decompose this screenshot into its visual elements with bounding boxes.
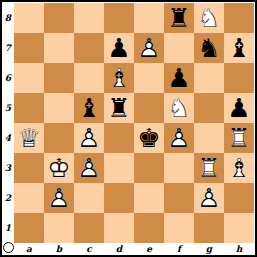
square-f5[interactable]: ♞♘ bbox=[164, 93, 194, 123]
black-bishop-c5[interactable]: ♝ bbox=[74, 93, 104, 123]
white-to-move-indicator bbox=[3, 242, 14, 253]
file-label-f: f bbox=[164, 243, 194, 255]
square-e6[interactable] bbox=[134, 63, 164, 93]
square-f1[interactable] bbox=[164, 213, 194, 243]
white-bishop-outline: ♗ bbox=[104, 63, 134, 93]
white-pawn-outline: ♙ bbox=[44, 183, 74, 213]
white-bishop-d6[interactable]: ♝♗ bbox=[104, 63, 134, 93]
square-f6[interactable]: ♟ bbox=[164, 63, 194, 93]
square-h2[interactable] bbox=[224, 183, 254, 213]
square-e8[interactable] bbox=[134, 3, 164, 33]
black-pawn-h5[interactable]: ♟ bbox=[224, 93, 254, 123]
white-king-b3[interactable]: ♚♔ bbox=[44, 153, 74, 183]
white-pawn-f4[interactable]: ♟♙ bbox=[164, 123, 194, 153]
file-labels: abcdefgh bbox=[14, 243, 254, 255]
black-knight-g7[interactable]: ♞ bbox=[194, 33, 224, 63]
square-b6[interactable] bbox=[44, 63, 74, 93]
square-d3[interactable] bbox=[104, 153, 134, 183]
file-label-h: h bbox=[224, 243, 254, 255]
chess-diagram-frame: 87654321 ♜♞♘♟♟♙♞♝♝♗♟♝♜♞♘♟♛♕♟♙♚♟♙♜♖♚♔♟♙♜♖… bbox=[0, 0, 257, 257]
square-a3[interactable] bbox=[14, 153, 44, 183]
white-pawn-c4[interactable]: ♟♙ bbox=[74, 123, 104, 153]
square-h7[interactable]: ♝ bbox=[224, 33, 254, 63]
square-h8[interactable] bbox=[224, 3, 254, 33]
square-h5[interactable]: ♟ bbox=[224, 93, 254, 123]
square-a5[interactable] bbox=[14, 93, 44, 123]
square-c4[interactable]: ♟♙ bbox=[74, 123, 104, 153]
square-d6[interactable]: ♝♗ bbox=[104, 63, 134, 93]
square-e7[interactable]: ♟♙ bbox=[134, 33, 164, 63]
square-h6[interactable] bbox=[224, 63, 254, 93]
square-a7[interactable] bbox=[14, 33, 44, 63]
square-c7[interactable] bbox=[74, 33, 104, 63]
white-pawn-outline: ♙ bbox=[164, 123, 194, 153]
white-bishop-h3[interactable]: ♝♗ bbox=[224, 153, 254, 183]
white-pawn-c3[interactable]: ♟♙ bbox=[74, 153, 104, 183]
square-d5[interactable]: ♜ bbox=[104, 93, 134, 123]
square-b2[interactable]: ♟♙ bbox=[44, 183, 74, 213]
black-king-e4[interactable]: ♚ bbox=[134, 123, 164, 153]
square-f2[interactable] bbox=[164, 183, 194, 213]
square-f3[interactable] bbox=[164, 153, 194, 183]
square-a2[interactable] bbox=[14, 183, 44, 213]
black-pawn-d7[interactable]: ♟ bbox=[104, 33, 134, 63]
square-d7[interactable]: ♟ bbox=[104, 33, 134, 63]
black-rook-f8[interactable]: ♜ bbox=[164, 3, 194, 33]
square-b3[interactable]: ♚♔ bbox=[44, 153, 74, 183]
white-pawn-outline: ♙ bbox=[134, 33, 164, 63]
square-f7[interactable] bbox=[164, 33, 194, 63]
square-d4[interactable] bbox=[104, 123, 134, 153]
square-f4[interactable]: ♟♙ bbox=[164, 123, 194, 153]
square-g1[interactable] bbox=[194, 213, 224, 243]
file-label-a: a bbox=[14, 243, 44, 255]
white-knight-outline: ♘ bbox=[164, 93, 194, 123]
square-b8[interactable] bbox=[44, 3, 74, 33]
square-b4[interactable] bbox=[44, 123, 74, 153]
square-g8[interactable]: ♞♘ bbox=[194, 3, 224, 33]
white-pawn-outline: ♙ bbox=[194, 183, 224, 213]
rank-labels: 87654321 bbox=[2, 3, 14, 243]
rank-label-5: 5 bbox=[2, 93, 14, 123]
square-d2[interactable] bbox=[104, 183, 134, 213]
white-pawn-g2[interactable]: ♟♙ bbox=[194, 183, 224, 213]
white-queen-a4[interactable]: ♛♕ bbox=[14, 123, 44, 153]
white-rook-h4[interactable]: ♜♖ bbox=[224, 123, 254, 153]
square-a8[interactable] bbox=[14, 3, 44, 33]
white-bishop-outline: ♗ bbox=[224, 153, 254, 183]
square-g4[interactable] bbox=[194, 123, 224, 153]
square-g7[interactable]: ♞ bbox=[194, 33, 224, 63]
square-d1[interactable] bbox=[104, 213, 134, 243]
white-rook-outline: ♖ bbox=[194, 153, 224, 183]
square-g2[interactable]: ♟♙ bbox=[194, 183, 224, 213]
white-pawn-outline: ♙ bbox=[74, 153, 104, 183]
white-rook-g3[interactable]: ♜♖ bbox=[194, 153, 224, 183]
square-c3[interactable]: ♟♙ bbox=[74, 153, 104, 183]
rank-label-6: 6 bbox=[2, 63, 14, 93]
file-label-b: b bbox=[44, 243, 74, 255]
file-label-c: c bbox=[74, 243, 104, 255]
square-a4[interactable]: ♛♕ bbox=[14, 123, 44, 153]
black-rook-d5[interactable]: ♜ bbox=[104, 93, 134, 123]
square-d8[interactable] bbox=[104, 3, 134, 33]
square-c6[interactable] bbox=[74, 63, 104, 93]
rank-label-1: 1 bbox=[2, 213, 14, 243]
white-pawn-outline: ♙ bbox=[74, 123, 104, 153]
white-knight-f5[interactable]: ♞♘ bbox=[164, 93, 194, 123]
rank-label-3: 3 bbox=[2, 153, 14, 183]
white-knight-g8[interactable]: ♞♘ bbox=[194, 3, 224, 33]
white-rook-outline: ♖ bbox=[224, 123, 254, 153]
square-a1[interactable] bbox=[14, 213, 44, 243]
square-b7[interactable] bbox=[44, 33, 74, 63]
square-h1[interactable] bbox=[224, 213, 254, 243]
square-e3[interactable] bbox=[134, 153, 164, 183]
square-c1[interactable] bbox=[74, 213, 104, 243]
file-label-g: g bbox=[194, 243, 224, 255]
square-f8[interactable]: ♜ bbox=[164, 3, 194, 33]
chess-board: ♜♞♘♟♟♙♞♝♝♗♟♝♜♞♘♟♛♕♟♙♚♟♙♜♖♚♔♟♙♜♖♝♗♟♙♟♙ bbox=[14, 3, 254, 243]
square-c8[interactable] bbox=[74, 3, 104, 33]
square-h3[interactable]: ♝♗ bbox=[224, 153, 254, 183]
square-g5[interactable] bbox=[194, 93, 224, 123]
square-c2[interactable] bbox=[74, 183, 104, 213]
rank-label-4: 4 bbox=[2, 123, 14, 153]
rank-label-7: 7 bbox=[2, 33, 14, 63]
white-knight-outline: ♘ bbox=[194, 3, 224, 33]
square-e4[interactable]: ♚ bbox=[134, 123, 164, 153]
square-b5[interactable] bbox=[44, 93, 74, 123]
square-g3[interactable]: ♜♖ bbox=[194, 153, 224, 183]
rank-label-8: 8 bbox=[2, 3, 14, 33]
black-bishop-h7[interactable]: ♝ bbox=[224, 33, 254, 63]
square-e5[interactable] bbox=[134, 93, 164, 123]
square-a6[interactable] bbox=[14, 63, 44, 93]
square-b1[interactable] bbox=[44, 213, 74, 243]
square-g6[interactable] bbox=[194, 63, 224, 93]
white-pawn-e7[interactable]: ♟♙ bbox=[134, 33, 164, 63]
file-label-d: d bbox=[104, 243, 134, 255]
square-e1[interactable] bbox=[134, 213, 164, 243]
black-pawn-f6[interactable]: ♟ bbox=[164, 63, 194, 93]
white-king-outline: ♔ bbox=[44, 153, 74, 183]
square-c5[interactable]: ♝ bbox=[74, 93, 104, 123]
white-queen-outline: ♕ bbox=[14, 123, 44, 153]
square-h4[interactable]: ♜♖ bbox=[224, 123, 254, 153]
file-label-e: e bbox=[134, 243, 164, 255]
rank-label-2: 2 bbox=[2, 183, 14, 213]
white-pawn-b2[interactable]: ♟♙ bbox=[44, 183, 74, 213]
square-e2[interactable] bbox=[134, 183, 164, 213]
